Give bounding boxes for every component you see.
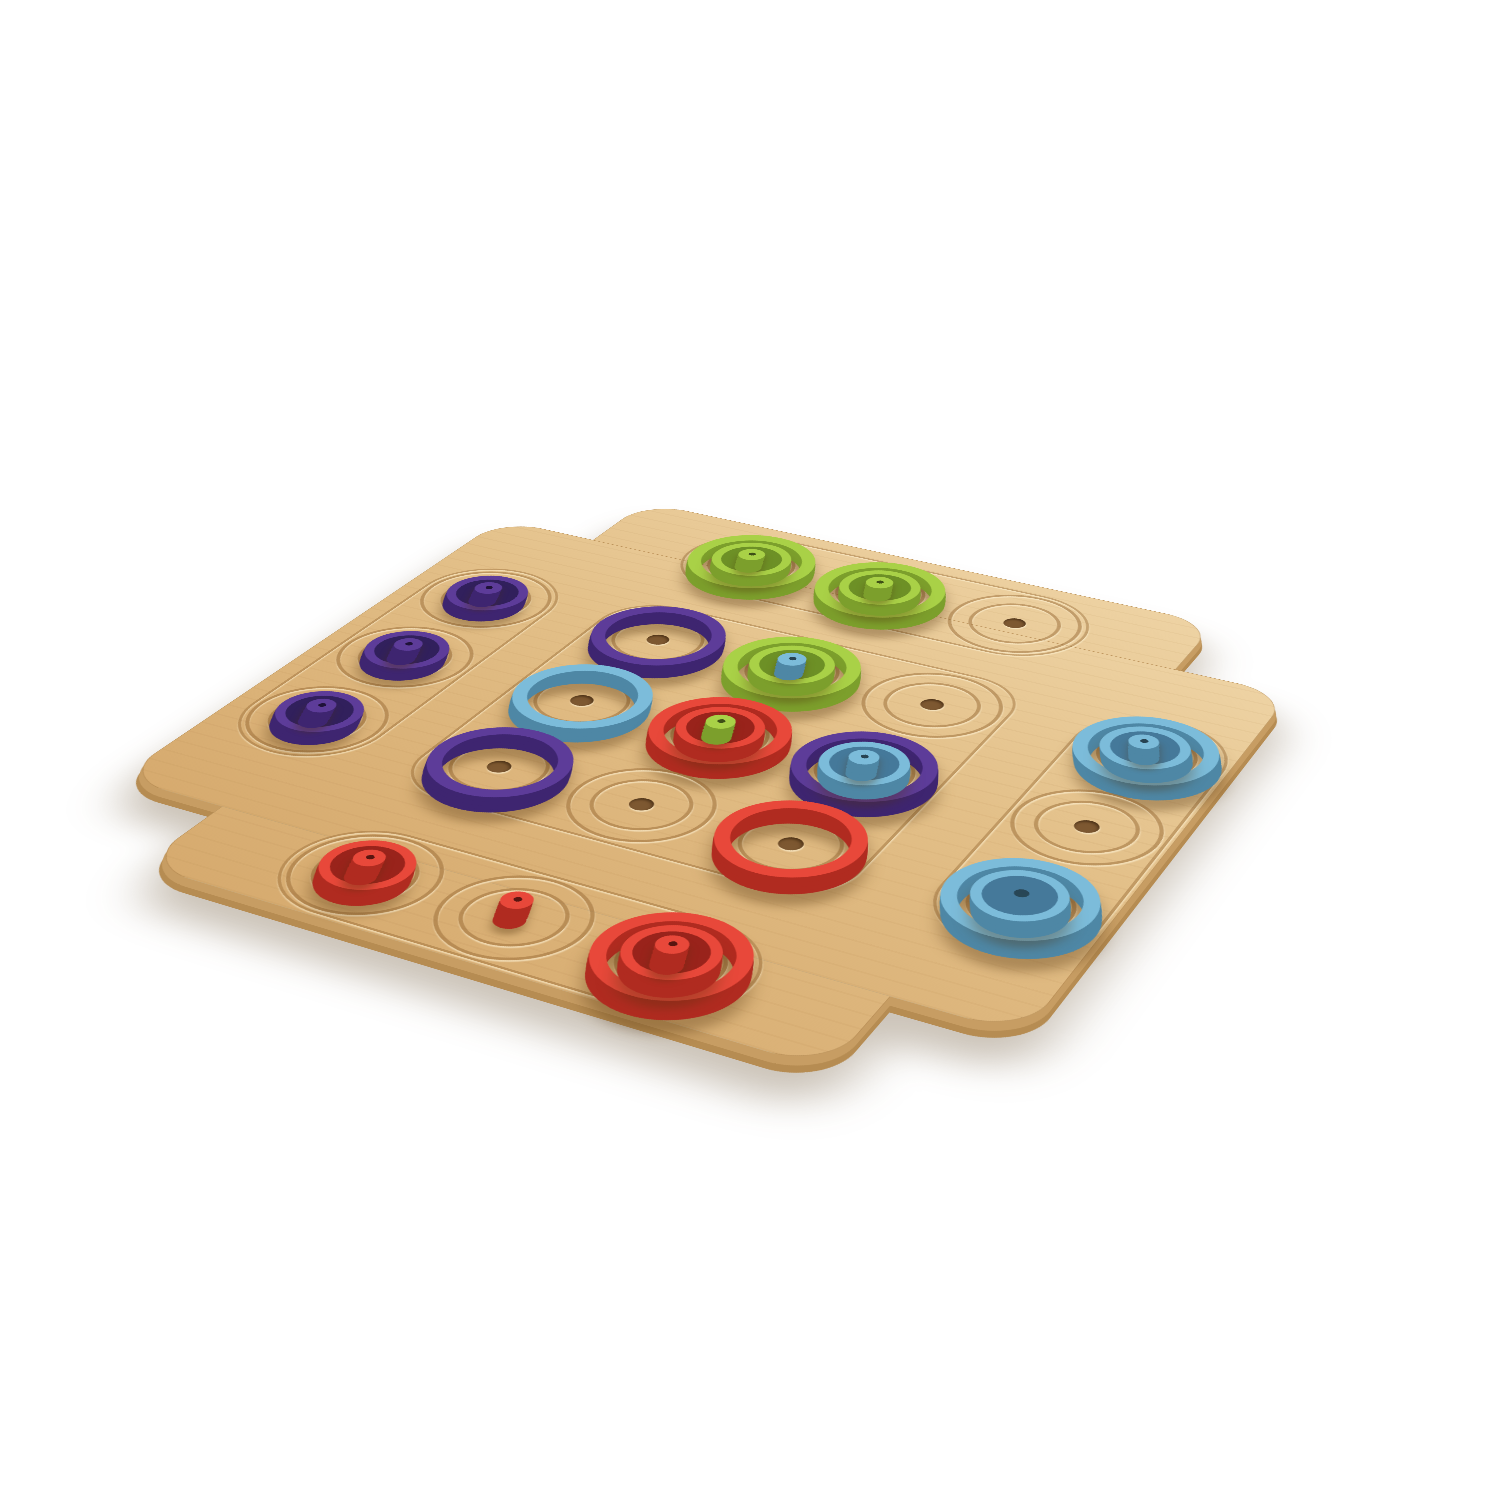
product-photo-scene	[0, 0, 1500, 1500]
otrio-board	[4, 474, 1351, 1132]
